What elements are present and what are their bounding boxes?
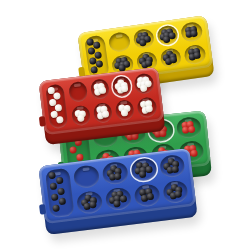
- stone-white: [99, 87, 107, 95]
- stone-white: [145, 105, 153, 113]
- stone-white: [121, 109, 129, 117]
- stone-black: [145, 166, 153, 174]
- pit-bottom-2: [105, 187, 132, 211]
- stone-black: [139, 39, 147, 47]
- pit-grid: [73, 154, 190, 215]
- stone-black: [48, 172, 56, 180]
- pit-top-1: [108, 32, 131, 53]
- pit-grid: [108, 21, 207, 76]
- pit-bottom-3: [115, 99, 136, 121]
- pit-bottom-1: [76, 190, 103, 214]
- stone-black: [139, 171, 147, 179]
- stone-black: [58, 198, 66, 206]
- pit-bottom-3: [133, 183, 160, 207]
- stone-red: [188, 125, 196, 133]
- stone-white: [77, 114, 85, 122]
- stone-black: [51, 193, 59, 201]
- stone-black: [90, 66, 98, 74]
- store-pit: [45, 168, 74, 219]
- pit-bottom-4: [162, 180, 189, 204]
- stone-white: [101, 110, 109, 118]
- stone-black: [171, 165, 179, 173]
- mancala-product-scene: [0, 0, 250, 250]
- stone-red: [76, 153, 84, 161]
- pit-bottom-3: [159, 47, 182, 68]
- pit-top-3: [112, 76, 133, 98]
- tray-face: [39, 67, 165, 135]
- pit-top-2: [132, 28, 155, 49]
- stone-black: [174, 191, 182, 199]
- store-pit: [45, 84, 69, 130]
- stone-red: [69, 146, 77, 154]
- stone-red: [190, 149, 198, 157]
- stone-black: [119, 195, 127, 203]
- stone-black: [146, 193, 154, 201]
- pit-top-2: [102, 161, 129, 185]
- pit-top-4: [180, 21, 203, 42]
- pit-top-2: [90, 78, 111, 100]
- pit-bottom-2: [93, 102, 114, 124]
- pit-bottom-4: [183, 44, 206, 65]
- pit-top-1: [73, 165, 100, 189]
- stone-black: [194, 52, 202, 60]
- pit-grid: [67, 73, 157, 127]
- stone-black: [56, 176, 64, 184]
- stone-black: [57, 187, 65, 195]
- pit-top-3: [156, 25, 179, 46]
- pit-top-4: [134, 73, 155, 95]
- stone-black: [50, 183, 58, 191]
- pit-top-3: [130, 158, 157, 182]
- stone-black: [190, 29, 198, 37]
- pit-bottom-4: [137, 96, 158, 118]
- stone-white: [140, 84, 148, 92]
- stone-white: [56, 116, 64, 124]
- pit-top-1: [68, 81, 89, 103]
- pit-top-4: [159, 154, 186, 178]
- pit-top-4: [175, 117, 201, 140]
- stone-black: [52, 204, 60, 212]
- pit-bottom-1: [71, 104, 92, 126]
